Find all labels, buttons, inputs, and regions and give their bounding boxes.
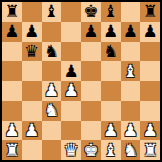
square-d7[interactable]	[61, 22, 81, 42]
square-h5[interactable]	[140, 61, 160, 81]
square-a2[interactable]: ♟	[2, 121, 22, 141]
square-f7[interactable]: ♟	[101, 22, 121, 42]
chess-board: ♜♝♚♝♜♟♟♟♟♟♟♛♞♞♟♝♟♟♞♟♟♟♟♟♜♛♚♝♞♜	[0, 0, 162, 162]
square-f2[interactable]: ♟	[101, 121, 121, 141]
square-a8[interactable]: ♜	[2, 2, 22, 22]
square-d1[interactable]: ♛	[61, 140, 81, 160]
square-e2[interactable]	[81, 121, 101, 141]
piece-black-knight[interactable]: ♞	[44, 43, 59, 60]
square-a6[interactable]	[2, 42, 22, 62]
piece-white-pawn[interactable]: ♟	[4, 122, 19, 139]
square-b7[interactable]: ♟	[22, 22, 42, 42]
square-e8[interactable]: ♚	[81, 2, 101, 22]
square-h3[interactable]	[140, 101, 160, 121]
square-g2[interactable]: ♟	[121, 121, 141, 141]
square-a4[interactable]	[2, 81, 22, 101]
piece-black-bishop[interactable]: ♝	[44, 3, 59, 20]
square-c1[interactable]	[42, 140, 62, 160]
piece-black-pawn[interactable]: ♟	[64, 63, 79, 80]
square-h1[interactable]: ♜	[140, 140, 160, 160]
square-c4[interactable]: ♟	[42, 81, 62, 101]
square-c8[interactable]: ♝	[42, 2, 62, 22]
piece-white-pawn[interactable]: ♟	[44, 82, 59, 99]
square-d8[interactable]	[61, 2, 81, 22]
square-d5[interactable]: ♟	[61, 61, 81, 81]
square-b5[interactable]	[22, 61, 42, 81]
square-g5[interactable]: ♝	[121, 61, 141, 81]
piece-white-king[interactable]: ♚	[83, 142, 98, 159]
square-e5[interactable]	[81, 61, 101, 81]
square-f5[interactable]	[101, 61, 121, 81]
square-b6[interactable]: ♛	[22, 42, 42, 62]
square-b4[interactable]	[22, 81, 42, 101]
square-a3[interactable]	[2, 101, 22, 121]
piece-white-knight[interactable]: ♞	[123, 142, 138, 159]
piece-black-pawn[interactable]: ♟	[123, 23, 138, 40]
square-c2[interactable]	[42, 121, 62, 141]
square-a5[interactable]	[2, 61, 22, 81]
square-c5[interactable]	[42, 61, 62, 81]
square-b8[interactable]	[22, 2, 42, 22]
square-h7[interactable]: ♟	[140, 22, 160, 42]
square-d3[interactable]	[61, 101, 81, 121]
piece-black-queen[interactable]: ♛	[24, 43, 39, 60]
square-g6[interactable]	[121, 42, 141, 62]
square-a1[interactable]: ♜	[2, 140, 22, 160]
square-f1[interactable]: ♝	[101, 140, 121, 160]
square-d6[interactable]	[61, 42, 81, 62]
square-d4[interactable]: ♟	[61, 81, 81, 101]
square-f6[interactable]: ♞	[101, 42, 121, 62]
piece-white-pawn[interactable]: ♟	[24, 122, 39, 139]
square-d2[interactable]	[61, 121, 81, 141]
square-e3[interactable]	[81, 101, 101, 121]
square-b2[interactable]: ♟	[22, 121, 42, 141]
piece-white-pawn[interactable]: ♟	[123, 122, 138, 139]
square-g3[interactable]	[121, 101, 141, 121]
square-e1[interactable]: ♚	[81, 140, 101, 160]
square-f4[interactable]	[101, 81, 121, 101]
piece-black-king[interactable]: ♚	[83, 3, 98, 20]
piece-black-pawn[interactable]: ♟	[143, 23, 158, 40]
piece-white-bishop[interactable]: ♝	[123, 63, 138, 80]
piece-white-knight[interactable]: ♞	[44, 102, 59, 119]
piece-black-pawn[interactable]: ♟	[103, 23, 118, 40]
square-e4[interactable]	[81, 81, 101, 101]
square-c7[interactable]	[42, 22, 62, 42]
square-f3[interactable]	[101, 101, 121, 121]
square-h8[interactable]: ♜	[140, 2, 160, 22]
piece-white-bishop[interactable]: ♝	[103, 142, 118, 159]
square-a7[interactable]: ♟	[2, 22, 22, 42]
piece-black-rook[interactable]: ♜	[143, 3, 158, 20]
piece-white-pawn[interactable]: ♟	[103, 122, 118, 139]
square-b3[interactable]	[22, 101, 42, 121]
square-e7[interactable]: ♟	[81, 22, 101, 42]
square-h6[interactable]	[140, 42, 160, 62]
piece-black-pawn[interactable]: ♟	[4, 23, 19, 40]
square-e6[interactable]	[81, 42, 101, 62]
piece-white-queen[interactable]: ♛	[64, 142, 79, 159]
piece-white-pawn[interactable]: ♟	[64, 82, 79, 99]
piece-white-pawn[interactable]: ♟	[143, 122, 158, 139]
square-c6[interactable]: ♞	[42, 42, 62, 62]
piece-white-rook[interactable]: ♜	[143, 142, 158, 159]
square-g1[interactable]: ♞	[121, 140, 141, 160]
piece-black-knight[interactable]: ♞	[103, 43, 118, 60]
square-g8[interactable]	[121, 2, 141, 22]
square-b1[interactable]	[22, 140, 42, 160]
square-h4[interactable]	[140, 81, 160, 101]
piece-black-bishop[interactable]: ♝	[103, 3, 118, 20]
piece-white-rook[interactable]: ♜	[4, 142, 19, 159]
square-g7[interactable]: ♟	[121, 22, 141, 42]
piece-black-pawn[interactable]: ♟	[24, 23, 39, 40]
square-h2[interactable]: ♟	[140, 121, 160, 141]
square-c3[interactable]: ♞	[42, 101, 62, 121]
piece-black-pawn[interactable]: ♟	[83, 23, 98, 40]
square-g4[interactable]	[121, 81, 141, 101]
square-f8[interactable]: ♝	[101, 2, 121, 22]
piece-black-rook[interactable]: ♜	[4, 3, 19, 20]
